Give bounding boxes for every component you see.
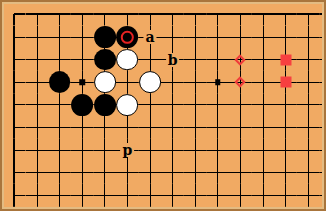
board-intersection	[139, 71, 162, 94]
board-intersection	[94, 139, 117, 162]
board-intersection	[207, 71, 230, 94]
board-intersection	[71, 116, 94, 139]
board-intersection	[3, 161, 26, 184]
board-intersection	[184, 161, 207, 184]
board-intersection	[161, 207, 184, 211]
board-intersection	[297, 3, 320, 26]
board-intersection	[184, 184, 207, 207]
board-intersection	[297, 26, 320, 49]
point-label-b: b	[166, 53, 180, 67]
board-intersection	[94, 94, 117, 117]
board-intersection	[3, 184, 26, 207]
board-intersection	[274, 116, 297, 139]
board-intersection	[207, 184, 230, 207]
board-intersection	[3, 207, 26, 211]
board-intersection	[139, 94, 162, 117]
board-intersection	[48, 184, 71, 207]
board-intersection	[252, 71, 275, 94]
board-intersection	[229, 116, 252, 139]
board-intersection	[48, 139, 71, 162]
board-intersection	[320, 26, 326, 49]
board-intersection	[207, 116, 230, 139]
board-intersection	[274, 94, 297, 117]
board-intersection	[139, 139, 162, 162]
go-board-diagram: abp	[0, 0, 326, 211]
board-intersection	[161, 94, 184, 117]
board-intersection	[320, 207, 326, 211]
board-intersection	[297, 94, 320, 117]
board-intersection	[116, 71, 139, 94]
board-intersection	[48, 161, 71, 184]
board-intersection	[320, 161, 326, 184]
board-intersection	[48, 48, 71, 71]
board-intersection	[116, 161, 139, 184]
board-intersection	[229, 184, 252, 207]
white-stone	[94, 71, 116, 93]
black-stone	[94, 26, 116, 48]
board-intersection: p	[116, 139, 139, 162]
board-intersection	[252, 139, 275, 162]
black-stone	[94, 49, 116, 71]
board-intersection	[94, 26, 117, 49]
board-intersection	[184, 116, 207, 139]
board-intersection	[184, 139, 207, 162]
board-intersection	[3, 116, 26, 139]
board-intersection	[3, 48, 26, 71]
board-intersection	[48, 71, 71, 94]
board-intersection	[207, 139, 230, 162]
board-intersection	[274, 207, 297, 211]
board-intersection	[3, 139, 26, 162]
board-intersection	[116, 3, 139, 26]
board-intersection	[229, 26, 252, 49]
board-intersection	[116, 184, 139, 207]
board-intersection	[229, 48, 252, 71]
board-intersection	[252, 26, 275, 49]
board-intersection	[229, 3, 252, 26]
board-intersection	[161, 71, 184, 94]
board-intersection	[252, 3, 275, 26]
board-intersection	[274, 139, 297, 162]
board-intersection	[274, 184, 297, 207]
black-stone	[49, 71, 71, 93]
goban-grid: abp	[3, 3, 326, 211]
board-intersection	[94, 48, 117, 71]
board-intersection	[184, 94, 207, 117]
board-intersection	[207, 161, 230, 184]
board-intersection	[207, 26, 230, 49]
board-intersection	[297, 207, 320, 211]
board-intersection	[207, 94, 230, 117]
board-intersection	[26, 94, 49, 117]
board-intersection	[94, 161, 117, 184]
board-intersection	[116, 48, 139, 71]
board-intersection	[184, 3, 207, 26]
board-intersection	[229, 207, 252, 211]
board-intersection	[26, 161, 49, 184]
board-intersection	[3, 26, 26, 49]
board-intersection	[320, 184, 326, 207]
black-stone	[117, 26, 139, 48]
board-intersection	[71, 139, 94, 162]
board-intersection	[94, 71, 117, 94]
board-intersection	[252, 207, 275, 211]
board-intersection	[274, 3, 297, 26]
board-intersection	[26, 71, 49, 94]
board-intersection	[161, 3, 184, 26]
board-intersection	[48, 26, 71, 49]
board-intersection	[139, 116, 162, 139]
board-intersection	[3, 3, 26, 26]
red-circle-mark-icon	[121, 31, 134, 44]
board-intersection	[274, 71, 297, 94]
board-intersection	[184, 26, 207, 49]
board-intersection	[71, 94, 94, 117]
board-intersection	[139, 161, 162, 184]
board-intersection	[71, 71, 94, 94]
board-intersection	[184, 48, 207, 71]
board-intersection	[116, 94, 139, 117]
board-intersection	[139, 184, 162, 207]
red-square-marker-icon	[280, 54, 291, 65]
board-intersection	[320, 3, 326, 26]
board-intersection	[94, 207, 117, 211]
hoshi-dot	[80, 80, 86, 86]
board-intersection	[207, 3, 230, 26]
board-intersection	[320, 48, 326, 71]
board-intersection	[71, 184, 94, 207]
board-intersection	[3, 94, 26, 117]
board-intersection: a	[139, 26, 162, 49]
board-intersection	[71, 26, 94, 49]
board-intersection	[297, 48, 320, 71]
board-intersection	[94, 184, 117, 207]
board-intersection	[229, 161, 252, 184]
board-intersection	[161, 116, 184, 139]
board-intersection	[320, 139, 326, 162]
board-intersection	[71, 48, 94, 71]
white-stone	[139, 71, 161, 93]
board-intersection	[116, 116, 139, 139]
board-intersection	[26, 116, 49, 139]
board-intersection	[26, 26, 49, 49]
board-intersection	[94, 116, 117, 139]
board-intersection	[297, 71, 320, 94]
board-intersection	[161, 161, 184, 184]
board-intersection	[297, 116, 320, 139]
red-diamond-marker-icon	[235, 77, 246, 88]
black-stone	[71, 94, 93, 116]
board-intersection	[184, 207, 207, 211]
point-label-a: a	[144, 30, 157, 44]
board-intersection	[94, 3, 117, 26]
board-intersection	[252, 184, 275, 207]
board-intersection	[3, 71, 26, 94]
board-intersection	[161, 139, 184, 162]
board-intersection	[116, 26, 139, 49]
board-intersection	[71, 3, 94, 26]
board-intersection: b	[161, 48, 184, 71]
board-intersection	[320, 116, 326, 139]
point-label-p: p	[121, 143, 135, 157]
board-intersection	[71, 207, 94, 211]
board-intersection	[252, 48, 275, 71]
board-intersection	[274, 161, 297, 184]
board-intersection	[297, 139, 320, 162]
board-intersection	[229, 71, 252, 94]
board-intersection	[116, 207, 139, 211]
board-intersection	[207, 207, 230, 211]
board-intersection	[297, 161, 320, 184]
board-intersection	[26, 3, 49, 26]
hoshi-dot	[215, 80, 221, 86]
board-intersection	[207, 48, 230, 71]
board-intersection	[320, 94, 326, 117]
board-intersection	[274, 26, 297, 49]
board-intersection	[48, 116, 71, 139]
red-diamond-marker-icon	[235, 54, 246, 65]
board-intersection	[320, 71, 326, 94]
board-intersection	[252, 94, 275, 117]
board-intersection	[139, 3, 162, 26]
board-intersection	[26, 184, 49, 207]
board-intersection	[184, 71, 207, 94]
board-intersection	[229, 94, 252, 117]
board-intersection	[161, 184, 184, 207]
board-intersection	[48, 94, 71, 117]
board-intersection	[48, 207, 71, 211]
board-intersection	[26, 48, 49, 71]
board-intersection	[71, 161, 94, 184]
board-intersection	[48, 3, 71, 26]
white-stone	[117, 94, 139, 116]
board-intersection	[139, 48, 162, 71]
red-square-marker-icon	[280, 77, 291, 88]
white-stone	[117, 49, 139, 71]
board-intersection	[274, 48, 297, 71]
board-intersection	[26, 139, 49, 162]
board-intersection	[161, 26, 184, 49]
board-intersection	[297, 184, 320, 207]
board-intersection	[252, 116, 275, 139]
board-intersection	[229, 139, 252, 162]
black-stone	[94, 94, 116, 116]
board-intersection	[252, 161, 275, 184]
board-intersection	[26, 207, 49, 211]
board-intersection	[139, 207, 162, 211]
